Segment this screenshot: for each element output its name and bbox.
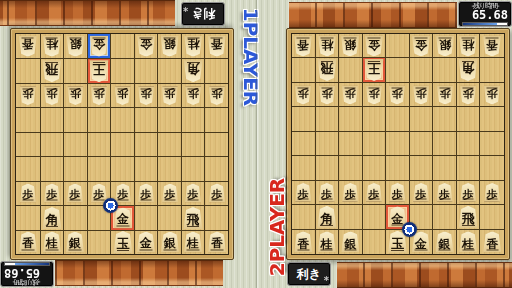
board-square[interactable]	[16, 205, 40, 229]
board-square[interactable]	[16, 58, 40, 82]
board-square[interactable]	[134, 58, 158, 82]
board-square[interactable]: 香	[292, 230, 316, 254]
board-square[interactable]: 歩	[457, 83, 481, 107]
board-square[interactable]: 香	[16, 230, 40, 254]
shogi-piece[interactable]: 歩	[114, 86, 131, 105]
board-square[interactable]: 銀	[63, 230, 87, 254]
board-square[interactable]	[40, 132, 64, 156]
board-square[interactable]: 香	[292, 34, 316, 58]
board-square[interactable]	[110, 132, 134, 156]
board-square[interactable]: 歩	[63, 181, 87, 205]
board-square[interactable]: 香	[480, 34, 504, 58]
board-square[interactable]: 桂	[316, 34, 340, 58]
shogi-board-p2[interactable]: 香桂銀金金銀桂香飛王角歩歩歩歩歩歩歩歩歩歩歩歩歩歩歩歩歩歩角金飛香桂銀玉金銀桂香	[286, 28, 510, 260]
board-square[interactable]	[316, 107, 340, 131]
board-square[interactable]	[40, 156, 64, 180]
board-square[interactable]	[339, 107, 363, 131]
shogi-piece[interactable]: 桂	[42, 36, 61, 57]
board-square[interactable]: 歩	[87, 83, 111, 107]
shogi-piece[interactable]: 香	[483, 35, 502, 56]
shogi-piece[interactable]: 歩	[90, 86, 107, 105]
board-square[interactable]: 歩	[292, 181, 316, 205]
shogi-piece[interactable]: 香	[294, 231, 313, 252]
board-square[interactable]	[433, 58, 457, 82]
board-square[interactable]: 王	[87, 58, 111, 82]
board-square[interactable]	[204, 58, 228, 82]
board-square[interactable]	[480, 156, 504, 180]
shogi-piece[interactable]: 歩	[67, 86, 84, 105]
board-square[interactable]: 桂	[40, 34, 64, 58]
board-square[interactable]: 歩	[363, 181, 387, 205]
board-square[interactable]	[16, 156, 40, 180]
board-square[interactable]	[457, 156, 481, 180]
board-square[interactable]: 歩	[16, 181, 40, 205]
board-square[interactable]: 歩	[134, 83, 158, 107]
shogi-piece[interactable]: 桂	[459, 35, 478, 56]
shogi-piece[interactable]: 香	[483, 231, 502, 252]
board-square[interactable]: 角	[457, 58, 481, 82]
board-square[interactable]	[157, 156, 181, 180]
board-square[interactable]	[292, 107, 316, 131]
board-square[interactable]	[63, 107, 87, 131]
board-square[interactable]: 金	[386, 205, 410, 229]
board-square[interactable]: 歩	[204, 83, 228, 107]
game-screen: -残り時間- 65.68 香桂銀金玉銀桂香飛金角歩歩歩歩歩歩歩歩歩歩歩歩歩歩歩歩…	[0, 0, 512, 288]
board-square[interactable]	[363, 156, 387, 180]
shogi-piece[interactable]: 歩	[43, 86, 60, 105]
shogi-piece[interactable]: 歩	[436, 85, 453, 104]
board-square[interactable]	[480, 205, 504, 229]
board-square[interactable]: 銀	[339, 230, 363, 254]
shogi-piece[interactable]: 金	[137, 36, 156, 57]
board-square[interactable]: 金	[134, 230, 158, 254]
board-square[interactable]	[16, 132, 40, 156]
shogi-piece[interactable]: 金	[364, 35, 383, 56]
board-grid[interactable]: 香桂銀金金銀桂香飛王角歩歩歩歩歩歩歩歩歩歩歩歩歩歩歩歩歩歩角金飛香桂銀玉金銀桂香	[291, 33, 505, 255]
board-square[interactable]: 歩	[134, 181, 158, 205]
board-square[interactable]: 香	[480, 230, 504, 254]
board-square[interactable]	[457, 107, 481, 131]
shogi-piece[interactable]: 飛	[458, 206, 478, 228]
board-square[interactable]	[134, 205, 158, 229]
board-square[interactable]	[480, 58, 504, 82]
board-square[interactable]	[204, 132, 228, 156]
board-square[interactable]: 歩	[40, 83, 64, 107]
board-square[interactable]	[363, 230, 387, 254]
board-square[interactable]	[204, 156, 228, 180]
board-square[interactable]	[316, 132, 340, 156]
board-square[interactable]	[110, 34, 134, 58]
shogi-piece[interactable]: 銀	[341, 35, 360, 56]
board-square[interactable]	[157, 58, 181, 82]
board-square[interactable]	[292, 156, 316, 180]
board-square[interactable]: 香	[204, 230, 228, 254]
board-square[interactable]: 歩	[410, 83, 434, 107]
board-square[interactable]	[410, 107, 434, 131]
shogi-piece[interactable]: 金	[137, 232, 156, 253]
shogi-piece[interactable]: 歩	[161, 86, 178, 105]
shogi-piece[interactable]: 香	[207, 232, 226, 253]
board-square[interactable]	[410, 132, 434, 156]
shogi-piece[interactable]: 飛	[42, 60, 62, 82]
board-square[interactable]	[339, 156, 363, 180]
timer-p2: -残り時間- 65.68	[458, 1, 512, 27]
board-square[interactable]	[316, 156, 340, 180]
board-square[interactable]	[110, 107, 134, 131]
shogi-piece[interactable]: 香	[18, 36, 37, 57]
board-square[interactable]	[339, 132, 363, 156]
wood-trim	[337, 262, 512, 288]
shogi-piece[interactable]: 角	[183, 60, 203, 82]
board-square[interactable]: 桂	[457, 34, 481, 58]
shogi-piece[interactable]: 桂	[317, 35, 336, 56]
board-square[interactable]: 歩	[316, 181, 340, 205]
shogi-piece[interactable]: 歩	[413, 85, 430, 104]
shogi-piece[interactable]: 歩	[138, 86, 155, 105]
board-square[interactable]	[181, 156, 205, 180]
shogi-piece[interactable]: 金	[89, 36, 108, 57]
player-cursor	[103, 198, 118, 213]
board-square[interactable]	[87, 132, 111, 156]
player1-screen: -残り時間- 65.68 香桂銀金玉銀桂香飛金角歩歩歩歩歩歩歩歩歩歩歩歩歩歩歩歩…	[0, 0, 256, 288]
board-square[interactable]: 歩	[433, 83, 457, 107]
shogi-piece[interactable]: 歩	[389, 183, 406, 202]
board-square[interactable]: 歩	[339, 83, 363, 107]
board-square[interactable]: 桂	[316, 230, 340, 254]
board-square[interactable]	[339, 205, 363, 229]
board-square[interactable]: 歩	[480, 83, 504, 107]
board-square[interactable]	[433, 132, 457, 156]
board-square[interactable]	[181, 132, 205, 156]
board-square[interactable]	[386, 58, 410, 82]
shogi-piece[interactable]: 銀	[435, 35, 454, 56]
board-square[interactable]	[363, 107, 387, 131]
board-square[interactable]: 歩	[110, 83, 134, 107]
shogi-piece[interactable]: 歩	[436, 183, 453, 202]
board-square[interactable]: 角	[316, 205, 340, 229]
board-square[interactable]: 銀	[63, 34, 87, 58]
board-square[interactable]: 飛	[457, 205, 481, 229]
shogi-piece[interactable]: 歩	[318, 183, 335, 202]
board-square[interactable]: 歩	[40, 181, 64, 205]
wood-trim	[0, 0, 175, 26]
shogi-piece[interactable]: 銀	[66, 232, 85, 253]
wood-trim	[55, 260, 223, 286]
board-square[interactable]	[292, 205, 316, 229]
board-square[interactable]	[181, 107, 205, 131]
board-square[interactable]: 銀	[433, 34, 457, 58]
kiki-button-p1[interactable]: 利き *	[181, 2, 225, 26]
player2-label: 2PLAYER	[265, 162, 293, 288]
board-square[interactable]: 飛	[316, 58, 340, 82]
board-square[interactable]: 歩	[16, 83, 40, 107]
shogi-piece[interactable]: 歩	[389, 85, 406, 104]
board-square[interactable]	[386, 132, 410, 156]
board-square[interactable]	[87, 156, 111, 180]
shogi-piece[interactable]: 歩	[208, 86, 225, 105]
shogi-piece[interactable]: 王	[89, 60, 109, 82]
shogi-piece[interactable]: 歩	[318, 85, 335, 104]
shogi-piece[interactable]: 歩	[161, 184, 178, 203]
board-square[interactable]	[410, 58, 434, 82]
shogi-piece[interactable]: 桂	[42, 232, 61, 253]
shogi-piece[interactable]: 歩	[19, 86, 36, 105]
shogi-piece[interactable]: 歩	[484, 183, 501, 202]
board-square[interactable]: 王	[363, 58, 387, 82]
shogi-piece[interactable]: 歩	[365, 85, 382, 104]
shogi-piece[interactable]: 銀	[160, 36, 179, 57]
board-square[interactable]: 金	[410, 34, 434, 58]
board-square[interactable]: 金	[110, 205, 134, 229]
shogi-piece[interactable]: 銀	[435, 231, 454, 252]
board-square[interactable]: 桂	[181, 34, 205, 58]
board-square[interactable]	[480, 132, 504, 156]
shogi-piece[interactable]: 飛	[317, 59, 337, 81]
board-square[interactable]: 玉	[110, 230, 134, 254]
shogi-piece[interactable]: 歩	[365, 183, 382, 202]
board-square[interactable]: 銀	[157, 230, 181, 254]
board-square[interactable]	[87, 107, 111, 131]
board-square[interactable]: 歩	[457, 181, 481, 205]
timer-progress-bar	[462, 22, 508, 26]
kiki-button-p2[interactable]: 利き *	[287, 262, 331, 286]
shogi-piece[interactable]: 飛	[183, 207, 203, 229]
board-square[interactable]	[134, 107, 158, 131]
shogi-piece[interactable]: 歩	[342, 183, 359, 202]
shogi-piece[interactable]: 桂	[459, 231, 478, 252]
kiki-button-label: 利き	[191, 8, 215, 20]
board-square[interactable]: 歩	[433, 181, 457, 205]
shogi-piece[interactable]: 歩	[43, 184, 60, 203]
board-square[interactable]	[157, 205, 181, 229]
board-square[interactable]: 銀	[157, 34, 181, 58]
board-square[interactable]: 角	[40, 205, 64, 229]
kiki-button-label: 利き	[297, 268, 321, 280]
board-square[interactable]: 金	[134, 34, 158, 58]
board-square[interactable]	[63, 205, 87, 229]
shogi-piece[interactable]: 歩	[460, 183, 477, 202]
board-square[interactable]: 金	[363, 34, 387, 58]
board-square[interactable]: 歩	[63, 83, 87, 107]
board-square[interactable]: 歩	[181, 83, 205, 107]
wood-trim	[289, 2, 457, 28]
board-square[interactable]	[157, 107, 181, 131]
board-square[interactable]	[40, 107, 64, 131]
player-cursor	[402, 222, 417, 237]
board-square[interactable]	[87, 230, 111, 254]
shogi-piece[interactable]: 王	[364, 59, 384, 81]
shogi-piece[interactable]: 歩	[413, 183, 430, 202]
board-square[interactable]	[410, 156, 434, 180]
shogi-piece[interactable]: 歩	[114, 184, 131, 203]
board-square[interactable]: 歩	[316, 83, 340, 107]
board-square[interactable]: 銀	[433, 230, 457, 254]
board-square[interactable]	[134, 132, 158, 156]
board-square[interactable]: 角	[181, 58, 205, 82]
board-square[interactable]: 歩	[386, 83, 410, 107]
sparkle-icon: *	[183, 2, 188, 13]
board-square[interactable]: 歩	[181, 181, 205, 205]
board-square[interactable]	[204, 107, 228, 131]
shogi-piece[interactable]: 歩	[208, 184, 225, 203]
shogi-piece[interactable]: 金	[412, 35, 431, 56]
shogi-piece[interactable]: 銀	[160, 232, 179, 253]
board-square[interactable]: 歩	[204, 181, 228, 205]
board-square[interactable]	[480, 107, 504, 131]
board-square[interactable]	[386, 156, 410, 180]
timer-value: 65.68	[459, 10, 511, 21]
board-square[interactable]	[63, 58, 87, 82]
board-square[interactable]: 飛	[40, 58, 64, 82]
shogi-piece[interactable]: 桂	[184, 232, 203, 253]
board-square[interactable]	[63, 156, 87, 180]
board-square[interactable]	[363, 132, 387, 156]
board-square[interactable]: 飛	[181, 205, 205, 229]
shogi-board-p1[interactable]: 香桂銀金玉銀桂香飛金角歩歩歩歩歩歩歩歩歩歩歩歩歩歩歩歩歩歩角王飛香桂銀金金銀桂香	[10, 28, 234, 260]
board-square[interactable]: 桂	[40, 230, 64, 254]
player2-screen: -残り時間- 65.68 香桂銀金金銀桂香飛王角歩歩歩歩歩歩歩歩歩歩歩歩歩歩歩歩…	[256, 0, 512, 288]
board-square[interactable]: 桂	[181, 230, 205, 254]
shogi-piece[interactable]: 香	[18, 232, 37, 253]
board-square[interactable]: 歩	[386, 181, 410, 205]
board-square[interactable]	[339, 58, 363, 82]
board-square[interactable]	[292, 132, 316, 156]
board-square[interactable]	[110, 58, 134, 82]
board-square[interactable]: 歩	[292, 83, 316, 107]
board-square[interactable]	[457, 132, 481, 156]
shogi-piece[interactable]: 角	[458, 59, 478, 81]
board-square[interactable]	[433, 205, 457, 229]
shogi-piece[interactable]: 歩	[295, 85, 312, 104]
timer-p1: -残り時間- 65.68	[0, 261, 54, 287]
board-square[interactable]	[363, 205, 387, 229]
shogi-piece[interactable]: 歩	[484, 85, 501, 104]
timer-progress-bar	[4, 262, 50, 266]
shogi-piece[interactable]: 桂	[184, 36, 203, 57]
board-square[interactable]: 歩	[410, 181, 434, 205]
board-square[interactable]	[157, 132, 181, 156]
shogi-piece[interactable]: 香	[294, 35, 313, 56]
board-square[interactable]: 歩	[480, 181, 504, 205]
board-square[interactable]	[16, 107, 40, 131]
shogi-piece[interactable]: 銀	[66, 36, 85, 57]
board-square[interactable]	[386, 107, 410, 131]
board-square[interactable]	[63, 132, 87, 156]
sparkle-icon: *	[324, 275, 329, 286]
shogi-piece[interactable]: 桂	[317, 231, 336, 252]
board-square[interactable]: 歩	[363, 83, 387, 107]
board-square[interactable]	[134, 156, 158, 180]
shogi-piece[interactable]: 角	[42, 207, 62, 229]
board-square[interactable]	[433, 156, 457, 180]
shogi-piece[interactable]: 角	[317, 206, 337, 228]
shogi-piece[interactable]: 歩	[185, 86, 202, 105]
shogi-piece[interactable]: 歩	[19, 184, 36, 203]
shogi-piece[interactable]: 玉	[113, 231, 133, 253]
board-grid[interactable]: 香桂銀金玉銀桂香飛金角歩歩歩歩歩歩歩歩歩歩歩歩歩歩歩歩歩歩角王飛香桂銀金金銀桂香	[15, 33, 229, 255]
shogi-piece[interactable]: 歩	[138, 184, 155, 203]
board-square[interactable]	[110, 156, 134, 180]
board-square[interactable]: 桂	[457, 230, 481, 254]
board-square[interactable]: 歩	[157, 83, 181, 107]
board-square[interactable]	[386, 34, 410, 58]
board-square[interactable]	[433, 107, 457, 131]
shogi-piece[interactable]: 歩	[185, 184, 202, 203]
board-square[interactable]: 銀	[339, 34, 363, 58]
shogi-piece[interactable]: 歩	[67, 184, 84, 203]
shogi-piece[interactable]: 香	[207, 36, 226, 57]
board-square[interactable]: 香	[16, 34, 40, 58]
shogi-piece[interactable]: 銀	[341, 231, 360, 252]
board-square[interactable]	[292, 58, 316, 82]
timer-value: 65.68	[1, 267, 53, 278]
board-square[interactable]: 歩	[157, 181, 181, 205]
board-square[interactable]: 金	[87, 34, 111, 58]
board-square[interactable]	[204, 205, 228, 229]
board-square[interactable]: 香	[204, 34, 228, 58]
board-square[interactable]: 歩	[339, 181, 363, 205]
shogi-piece[interactable]: 歩	[342, 85, 359, 104]
shogi-piece[interactable]: 歩	[295, 183, 312, 202]
shogi-piece[interactable]: 歩	[460, 85, 477, 104]
